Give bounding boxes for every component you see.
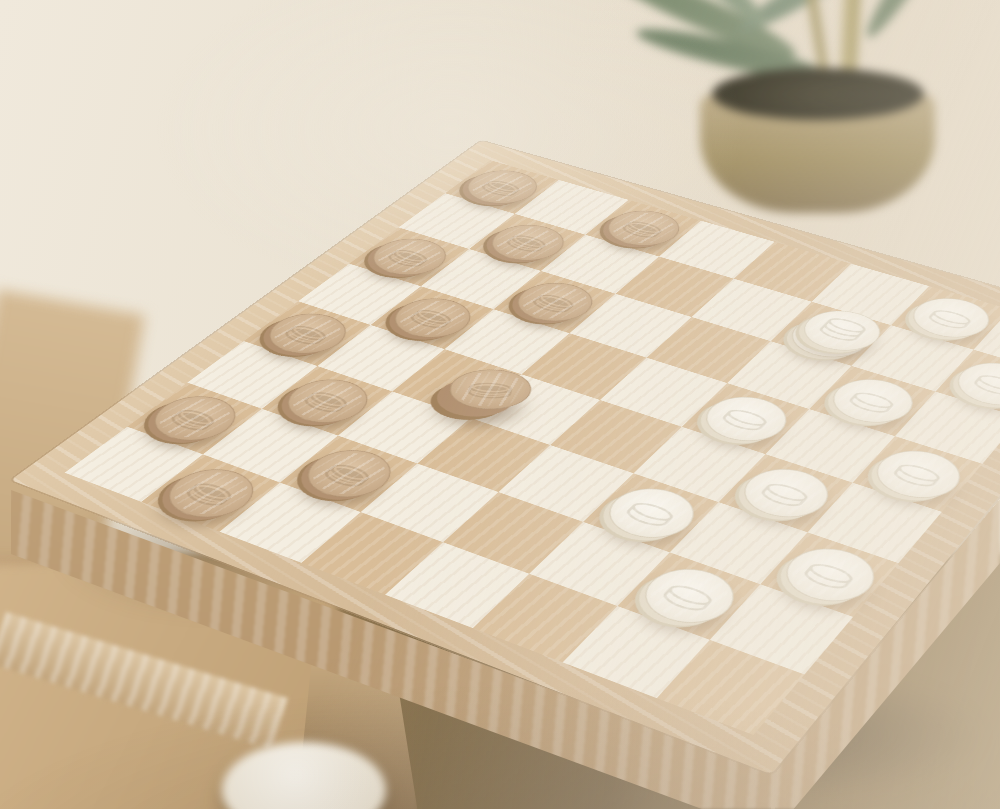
checker-glyph: ⛀ — [883, 453, 953, 496]
checker-glyph: ⛂ — [377, 240, 442, 273]
checker-glyph: ⛀ — [615, 491, 688, 536]
checker-glyph: ⛂ — [472, 172, 533, 202]
checker-glyph: ⛂ — [522, 285, 587, 320]
checker-glyph: ⛀ — [920, 300, 983, 336]
checker-glyph: ⛂ — [273, 316, 342, 352]
checker-glyph: ⛀ — [839, 381, 906, 420]
checker-glyph: ⛀ — [651, 572, 727, 621]
checker-glyph: ⛂ — [158, 398, 231, 438]
checker-glyph: ⛂ — [312, 452, 386, 495]
checker-glyph: ⛂ — [463, 374, 518, 405]
checker-glyph: ⛁ — [810, 312, 874, 348]
checker-glyph: ⛀ — [712, 399, 781, 439]
checker-glyph: ⛂ — [292, 381, 363, 420]
checker-glyph: ⛂ — [173, 471, 249, 515]
checker-glyph: ⛀ — [965, 365, 1000, 404]
checker-glyph: ⛂ — [613, 212, 675, 244]
scene: ⛂⛂⛀⛂⛀⛁⛀⛂⛂⛀⛂⛀⛀⛂⛂⛀⛂⛀⛀⛂⛂⛀⛂ — [0, 0, 1000, 809]
checker-glyph: ⛀ — [751, 471, 822, 515]
checker-glyph: ⛂ — [399, 300, 466, 336]
checker-glyph: ⛂ — [496, 226, 559, 258]
checker-glyph: ⛀ — [793, 551, 867, 599]
